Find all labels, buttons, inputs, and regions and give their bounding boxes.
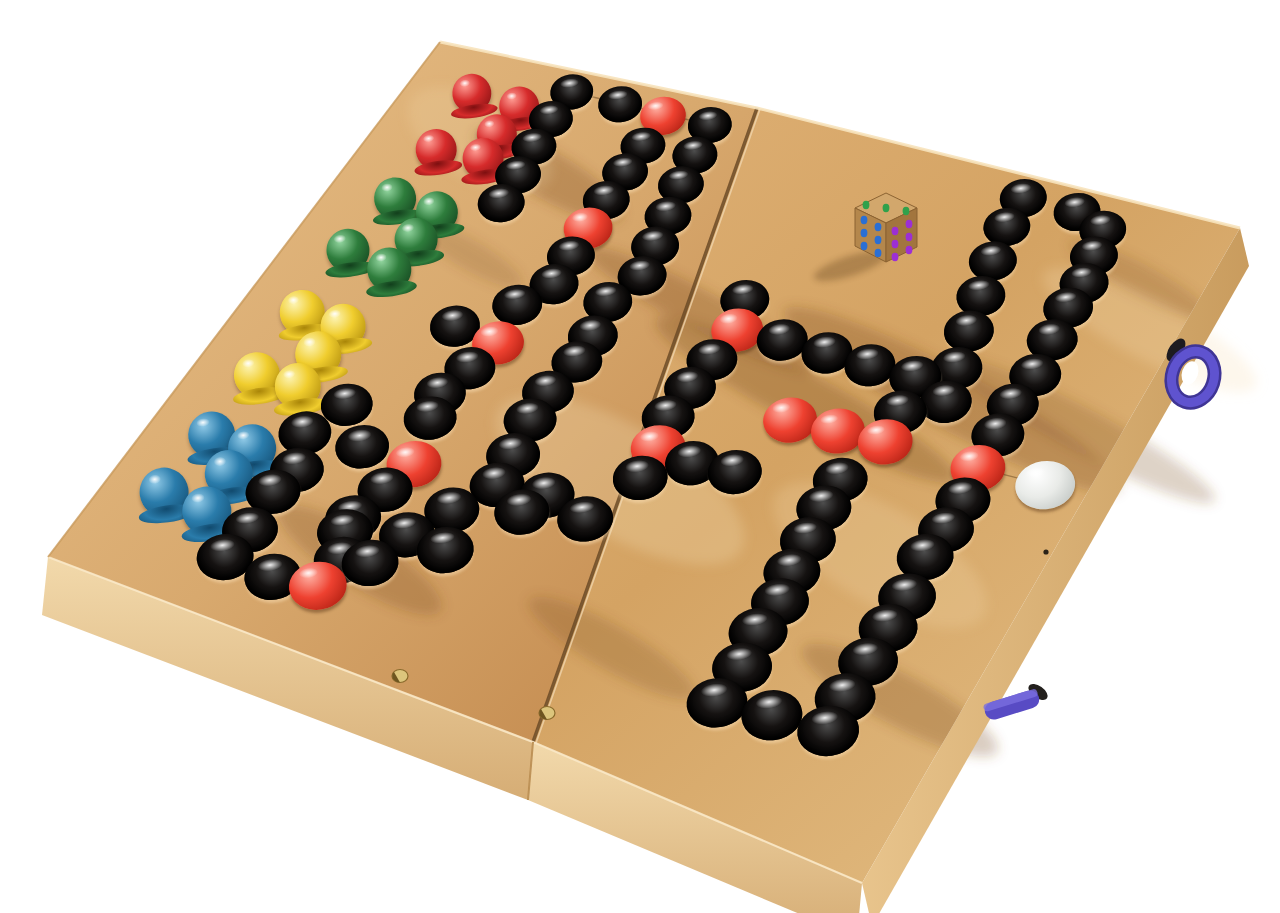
die-pip-blue	[875, 223, 882, 231]
die-pip-purple	[892, 240, 899, 248]
die-pip-green	[883, 204, 890, 212]
hinge-pin	[539, 707, 555, 720]
die-pip-blue	[861, 242, 868, 250]
die-pip-purple	[892, 227, 899, 235]
die-pip-blue	[861, 216, 868, 224]
die-pip-purple	[906, 246, 913, 254]
edge-screw-dot	[1043, 549, 1048, 554]
die-pip-green	[903, 207, 910, 215]
hinge-pin	[392, 670, 408, 683]
die-pip-purple	[892, 253, 899, 261]
die-pip-blue	[875, 236, 882, 244]
die-pip-blue	[861, 229, 868, 237]
die-pip-blue	[875, 249, 882, 257]
barricade-board-photo	[0, 0, 1280, 913]
die-pip-green	[863, 201, 870, 209]
die-pip-purple	[906, 233, 913, 241]
die-pip-purple	[906, 220, 913, 228]
